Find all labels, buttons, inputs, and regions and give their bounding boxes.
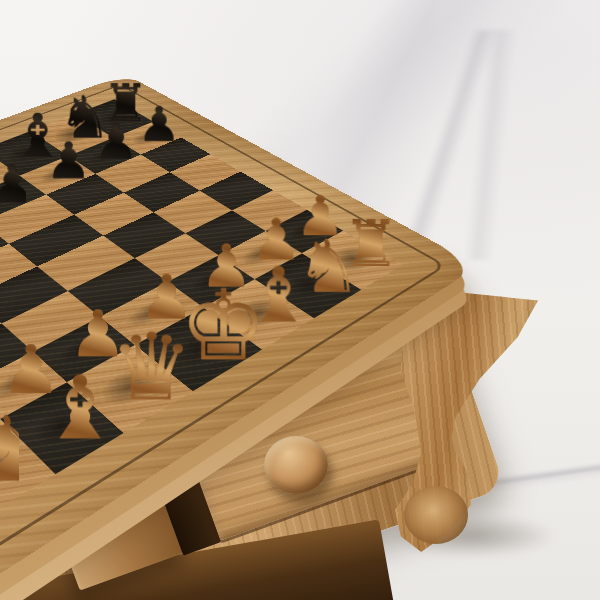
marble-wall-vein <box>300 30 600 260</box>
drawer-knob[interactable] <box>264 436 328 494</box>
leg-scroll-foot <box>404 486 468 544</box>
